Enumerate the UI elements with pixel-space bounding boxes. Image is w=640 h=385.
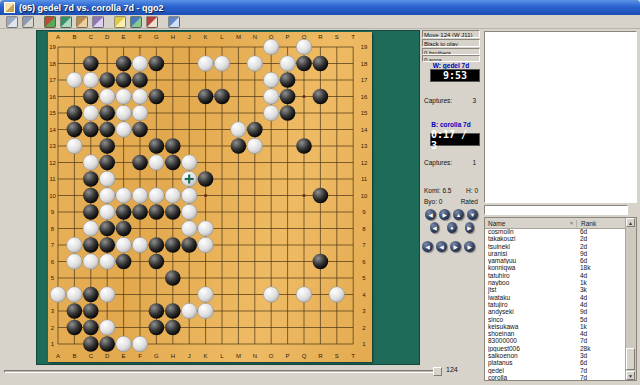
move-info-box: Move 124 (W J11) xyxy=(422,30,480,38)
svg-text:B: B xyxy=(72,34,76,40)
svg-text:17: 17 xyxy=(361,77,368,83)
svg-text:E: E xyxy=(122,34,126,40)
scroll-thumb[interactable] xyxy=(626,348,635,370)
player-row[interactable]: jpguest00628k xyxy=(485,345,626,352)
player-row[interactable]: takakouzi2d xyxy=(485,235,626,242)
svg-text:11: 11 xyxy=(49,176,56,182)
player-row[interactable]: tatujiro4d xyxy=(485,301,626,308)
svg-text:18: 18 xyxy=(361,61,368,67)
svg-text:R: R xyxy=(318,353,323,359)
svg-text:D: D xyxy=(105,353,110,359)
svg-text:18: 18 xyxy=(49,61,56,67)
player-name: shoeinan xyxy=(485,330,577,337)
player-name: tatuhiro xyxy=(485,272,577,279)
move-slider-track[interactable] xyxy=(4,370,436,373)
column-header-rank[interactable]: Rank xyxy=(577,220,596,227)
player-row[interactable]: jtst3k xyxy=(485,286,626,293)
svg-text:5: 5 xyxy=(51,275,55,281)
svg-text:A: A xyxy=(56,34,60,40)
black-captures-value: 1 xyxy=(472,159,476,166)
svg-text:5: 5 xyxy=(362,275,366,281)
svg-text:7: 7 xyxy=(362,242,366,248)
player-rank: 5d xyxy=(577,316,587,323)
svg-text:S: S xyxy=(335,353,339,359)
nav-last-move-button[interactable]: ▶ xyxy=(464,241,475,252)
svg-text:11: 11 xyxy=(361,176,368,182)
svg-text:B: B xyxy=(72,353,76,359)
player-row[interactable]: uranisi9d xyxy=(485,250,626,257)
player-rank: 3k xyxy=(577,286,587,293)
svg-text:Q: Q xyxy=(302,353,307,359)
player-row[interactable]: iwataku4d xyxy=(485,294,626,301)
player-name: uranisi xyxy=(485,250,577,257)
player-list-scrollbar[interactable]: ▲ ▼ xyxy=(625,218,636,380)
player-rank: 6d xyxy=(577,257,587,264)
refresh-icon[interactable] xyxy=(166,15,181,28)
svg-text:2: 2 xyxy=(362,325,366,331)
svg-text:E: E xyxy=(122,353,126,359)
svg-text:G: G xyxy=(154,34,159,40)
svg-text:H: H xyxy=(171,34,175,40)
goban[interactable]: AA1919BB1818CC1717DD1616EE1515FF1414GG13… xyxy=(48,32,372,362)
white-player-label: W: gedel 7d xyxy=(422,62,480,69)
player-rank: 2d xyxy=(577,235,587,242)
player-rank: 4d xyxy=(577,272,587,279)
player-row[interactable]: platanus6d xyxy=(485,359,626,366)
svg-text:8: 8 xyxy=(362,226,366,232)
player-name: jtst xyxy=(485,286,577,293)
nav-down-variation-button[interactable]: ▼ xyxy=(467,209,478,220)
svg-text:3: 3 xyxy=(362,308,366,314)
svg-text:15: 15 xyxy=(49,110,56,116)
player-name: andyseki xyxy=(485,308,577,315)
svg-text:K: K xyxy=(204,353,208,359)
player-row[interactable]: gedel7d xyxy=(485,367,626,374)
player-name: takakouzi xyxy=(485,235,577,242)
move-slider-thumb[interactable] xyxy=(433,367,442,376)
nav-stone-mode-button[interactable]: ● xyxy=(447,222,456,233)
white-captures: Captures: 3 xyxy=(424,97,476,104)
svg-text:7: 7 xyxy=(51,242,55,248)
svg-text:D: D xyxy=(105,34,110,40)
player-rank: 9d xyxy=(577,250,587,257)
black-player-label: B: corolla 7d xyxy=(422,121,480,128)
player-row[interactable]: 830000007d xyxy=(485,337,626,344)
player-name: cosmolin xyxy=(485,228,577,235)
svg-text:15: 15 xyxy=(361,110,368,116)
player-name: tatujiro xyxy=(485,301,577,308)
svg-text:N: N xyxy=(253,34,257,40)
svg-text:6: 6 xyxy=(362,259,366,265)
svg-text:O: O xyxy=(269,353,274,359)
svg-text:13: 13 xyxy=(49,143,56,149)
board-svg[interactable]: AA1919BB1818CC1717DD1616EE1515FF1414GG13… xyxy=(48,32,372,362)
svg-text:1: 1 xyxy=(51,341,55,347)
svg-text:14: 14 xyxy=(49,127,56,133)
player-rank: 7d xyxy=(577,374,587,380)
white-captures-label: Captures: xyxy=(424,97,452,104)
player-row[interactable]: konniqwa18k xyxy=(485,264,626,271)
player-rank: 9d xyxy=(577,308,587,315)
edit-cut-icon[interactable] xyxy=(42,15,57,28)
svg-text:L: L xyxy=(220,34,224,40)
svg-text:9: 9 xyxy=(362,209,366,215)
white-captures-value: 3 xyxy=(472,97,476,104)
svg-text:19: 19 xyxy=(361,44,368,50)
player-name: 83000000 xyxy=(485,337,577,344)
svg-text:K: K xyxy=(204,34,208,40)
svg-text:T: T xyxy=(351,353,355,359)
player-row[interactable]: tatuhiro4d xyxy=(485,272,626,279)
player-rank: 3d xyxy=(577,352,587,359)
svg-text:12: 12 xyxy=(361,160,368,166)
nav-first-move-button[interactable]: ◀ xyxy=(425,209,436,220)
svg-text:F: F xyxy=(138,353,142,359)
player-row[interactable]: keisukawa1k xyxy=(485,323,626,330)
player-rank: 4d xyxy=(577,294,587,301)
player-row[interactable]: saikoenon3d xyxy=(485,352,626,359)
player-name: jpguest006 xyxy=(485,345,577,352)
player-row[interactable]: cosmolin6d xyxy=(485,228,626,235)
comment-panel[interactable] xyxy=(484,31,637,203)
nav-step-back-button[interactable]: ◀ xyxy=(436,241,447,252)
player-name: tsuineki xyxy=(485,243,577,250)
player-name: konniqwa xyxy=(485,264,577,271)
player-name: nayboo xyxy=(485,279,577,286)
player-row[interactable]: shoeinan4d xyxy=(485,330,626,337)
player-rank: 7d xyxy=(577,367,587,374)
player-row[interactable]: nayboo1k xyxy=(485,279,626,286)
svg-text:10: 10 xyxy=(49,193,56,199)
nav-row: ◀●▶ xyxy=(422,222,482,233)
svg-text:1: 1 xyxy=(362,341,366,347)
black-captures-label: Captures: xyxy=(424,159,452,166)
komi-line: Komi: 6.5 H: 0 xyxy=(424,187,478,194)
byo-line: Byo: 0 Rated xyxy=(424,198,478,205)
zoom-icon[interactable] xyxy=(58,15,73,28)
svg-text:C: C xyxy=(89,353,94,359)
svg-text:H: H xyxy=(171,353,175,359)
player-row[interactable]: andyseki9d xyxy=(485,308,626,315)
svg-text:10: 10 xyxy=(361,193,368,199)
player-name: yamatyuu xyxy=(485,257,577,264)
svg-text:S: S xyxy=(335,34,339,40)
score-target-icon[interactable] xyxy=(144,15,159,28)
player-rank: 4d xyxy=(577,330,587,337)
players-icon[interactable] xyxy=(74,15,89,28)
column-header-name[interactable]: Name ▼ xyxy=(485,220,577,227)
toolbar-icons xyxy=(4,15,182,28)
black-clock: 0:17 / 3 xyxy=(430,133,480,146)
hint-bulb-icon[interactable] xyxy=(112,15,127,28)
svg-text:2: 2 xyxy=(51,325,55,331)
server-globe-icon[interactable] xyxy=(128,15,143,28)
svg-text:16: 16 xyxy=(361,94,368,100)
nav-up-variation-button[interactable]: ▲ xyxy=(453,209,464,220)
save-as-icon[interactable] xyxy=(20,15,35,28)
svg-text:A: A xyxy=(56,353,60,359)
scroll-down-icon[interactable]: ▼ xyxy=(626,371,635,380)
turn-info-box: Black to play xyxy=(422,39,480,47)
svg-text:16: 16 xyxy=(49,94,56,100)
player-rank: 1k xyxy=(577,323,587,330)
title-bar[interactable]: (95) gedel 7d vs. corolla 7d - qgo2 xyxy=(0,0,640,15)
svg-text:J: J xyxy=(188,353,191,359)
svg-text:4: 4 xyxy=(362,292,366,298)
nav-fast-back-button[interactable]: ◀ xyxy=(422,241,433,252)
player-name: saikoenon xyxy=(485,352,577,359)
svg-text:8: 8 xyxy=(51,226,55,232)
player-name: platanus xyxy=(485,359,577,366)
player-row[interactable]: corolla7d xyxy=(485,374,626,380)
brothers-info-box: 0 brothers xyxy=(422,48,480,55)
save-game-icon[interactable] xyxy=(4,15,19,28)
svg-text:N: N xyxy=(253,353,257,359)
svg-text:M: M xyxy=(236,353,241,359)
svg-text:F: F xyxy=(138,34,142,40)
svg-text:C: C xyxy=(89,34,94,40)
svg-text:T: T xyxy=(351,34,355,40)
toolbar xyxy=(0,15,640,29)
nav-row: ◀▶▲▼ xyxy=(422,209,482,220)
player-rank: 28k xyxy=(577,345,590,352)
player-name: gedel xyxy=(485,367,577,374)
svg-text:9: 9 xyxy=(51,209,55,215)
nav-prev-comment-button[interactable]: ◀ xyxy=(430,222,439,233)
svg-text:J: J xyxy=(188,34,191,40)
nav-next-comment-button[interactable]: ▶ xyxy=(465,222,474,233)
nav-prev-move-button[interactable]: ▶ xyxy=(439,209,450,220)
scroll-up-icon[interactable]: ▲ xyxy=(626,218,635,227)
player-rank: 2d xyxy=(577,243,587,250)
svg-text:M: M xyxy=(236,34,241,40)
player-row[interactable]: tsuineki2d xyxy=(485,243,626,250)
svg-text:14: 14 xyxy=(361,127,368,133)
player-rank: 1k xyxy=(577,279,587,286)
player-rank: 6d xyxy=(577,359,587,366)
chat-input[interactable] xyxy=(484,205,628,215)
svg-text:L: L xyxy=(220,353,224,359)
player-name: iwataku xyxy=(485,294,577,301)
player-name: corolla xyxy=(485,374,577,380)
player-rank: 4d xyxy=(577,301,587,308)
player-row[interactable]: yamatyuu6d xyxy=(485,257,626,264)
player-rank: 7d xyxy=(577,337,587,344)
nav-buttons: ◀▶▲▼◀●▶◀◀▶▶ xyxy=(422,209,482,254)
svg-text:12: 12 xyxy=(49,160,56,166)
svg-text:3: 3 xyxy=(51,308,55,314)
player-rank: 6d xyxy=(577,228,587,235)
sound-icon[interactable] xyxy=(90,15,105,28)
svg-text:P: P xyxy=(286,34,290,40)
player-rank: 18k xyxy=(577,264,590,271)
white-clock: 9:53 xyxy=(430,69,480,82)
player-rows: cosmolin6dtakakouzi2dtsuineki2duranisi9d… xyxy=(485,228,626,380)
svg-text:P: P xyxy=(286,353,290,359)
nav-row: ◀◀▶▶ xyxy=(422,241,482,252)
player-list[interactable]: Name ▼ Rank cosmolin6dtakakouzi2dtsuinek… xyxy=(484,217,637,381)
window-icon xyxy=(4,2,15,13)
svg-text:G: G xyxy=(154,353,159,359)
sons-info-box: 0 sons xyxy=(422,55,480,62)
player-name: keisukawa xyxy=(485,323,577,330)
sort-arrow-icon: ▼ xyxy=(569,220,574,226)
window-title: (95) gedel 7d vs. corolla 7d - qgo2 xyxy=(19,3,164,13)
svg-text:R: R xyxy=(318,34,323,40)
svg-text:13: 13 xyxy=(361,143,368,149)
player-name: sinco xyxy=(485,316,577,323)
svg-text:6: 6 xyxy=(51,259,55,265)
move-slider-value: 124 xyxy=(446,366,458,373)
nav-step-forward-button[interactable]: ▶ xyxy=(450,241,461,252)
black-captures: Captures: 1 xyxy=(424,159,476,166)
svg-text:19: 19 xyxy=(49,44,56,50)
player-row[interactable]: sinco5d xyxy=(485,316,626,323)
svg-text:17: 17 xyxy=(49,77,56,83)
